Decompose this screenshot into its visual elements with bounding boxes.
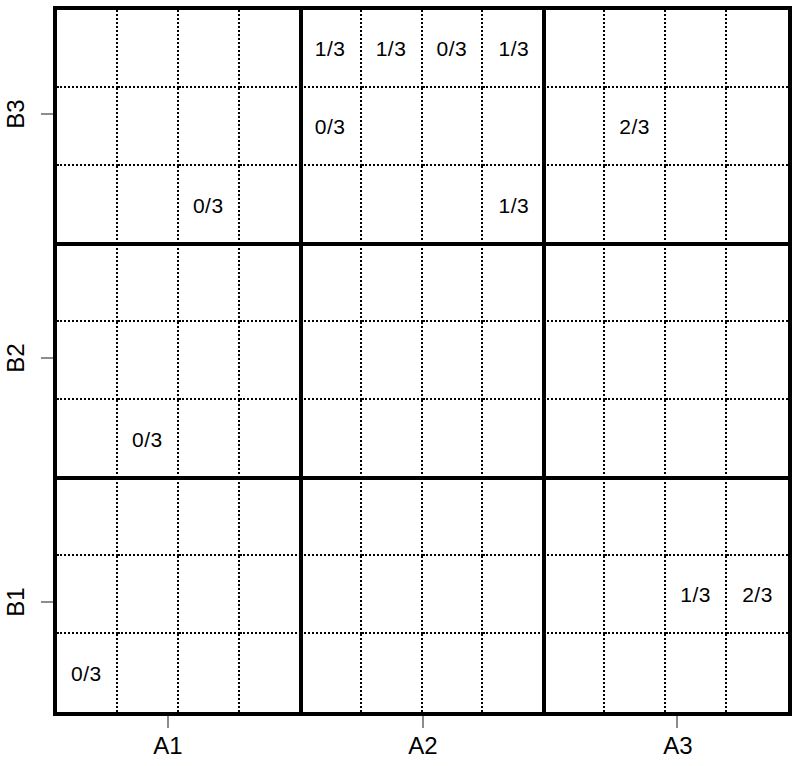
cell-r3c11 xyxy=(666,166,727,244)
cell-r8c12: 2/3 xyxy=(727,556,788,634)
cell-r2c10: 2/3 xyxy=(605,88,666,166)
cell-r9c8 xyxy=(483,634,544,712)
cell-r5c1 xyxy=(57,322,118,400)
cell-r7c12 xyxy=(727,478,788,556)
block-divider-vertical-2 xyxy=(542,10,546,712)
cell-r5c2 xyxy=(118,322,179,400)
cell-r4c5 xyxy=(301,244,362,322)
cell-r7c5 xyxy=(301,478,362,556)
cell-r3c3: 0/3 xyxy=(179,166,240,244)
cell-r7c10 xyxy=(605,478,666,556)
x-axis-label-a2: A2 xyxy=(408,734,437,758)
cell-r7c9 xyxy=(544,478,605,556)
cell-r7c3 xyxy=(179,478,240,556)
cell-r6c5 xyxy=(301,400,362,478)
y-axis-tick-b2 xyxy=(41,357,53,359)
cell-r5c3 xyxy=(179,322,240,400)
cell-r6c7 xyxy=(423,400,484,478)
x-axis-tick-a3 xyxy=(676,716,678,728)
cell-r2c6 xyxy=(362,88,423,166)
block-divider-horizontal-2 xyxy=(57,476,788,480)
cell-r1c4 xyxy=(240,10,301,88)
cell-r7c1 xyxy=(57,478,118,556)
cell-r1c12 xyxy=(727,10,788,88)
cell-r8c4 xyxy=(240,556,301,634)
cell-fraction-label: 1/3 xyxy=(315,38,346,59)
cell-r4c3 xyxy=(179,244,240,322)
cell-r8c10 xyxy=(605,556,666,634)
cell-r5c9 xyxy=(544,322,605,400)
cell-r5c6 xyxy=(362,322,423,400)
cell-r6c4 xyxy=(240,400,301,478)
cell-r5c10 xyxy=(605,322,666,400)
cell-r2c4 xyxy=(240,88,301,166)
cell-r2c11 xyxy=(666,88,727,166)
cell-fraction-label: 2/3 xyxy=(742,584,773,605)
cell-r2c3 xyxy=(179,88,240,166)
cell-r5c7 xyxy=(423,322,484,400)
cell-r4c7 xyxy=(423,244,484,322)
cell-r3c7 xyxy=(423,166,484,244)
y-axis-tick-b3 xyxy=(41,113,53,115)
cell-r4c9 xyxy=(544,244,605,322)
cell-r2c8 xyxy=(483,88,544,166)
cell-r3c8: 1/3 xyxy=(483,166,544,244)
cell-r2c2 xyxy=(118,88,179,166)
cell-r6c11 xyxy=(666,400,727,478)
cell-r6c3 xyxy=(179,400,240,478)
cell-r5c12 xyxy=(727,322,788,400)
cell-r8c9 xyxy=(544,556,605,634)
cell-r1c10 xyxy=(605,10,666,88)
cell-r1c6: 1/3 xyxy=(362,10,423,88)
cell-r8c11: 1/3 xyxy=(666,556,727,634)
cell-r3c12 xyxy=(727,166,788,244)
cell-r9c11 xyxy=(666,634,727,712)
y-axis-label-b2: B2 xyxy=(4,343,28,372)
cell-r4c2 xyxy=(118,244,179,322)
cell-r9c1: 0/3 xyxy=(57,634,118,712)
cell-r9c9 xyxy=(544,634,605,712)
cell-r8c1 xyxy=(57,556,118,634)
cell-r1c11 xyxy=(666,10,727,88)
cell-r9c5 xyxy=(301,634,362,712)
cell-r7c8 xyxy=(483,478,544,556)
cell-r8c5 xyxy=(301,556,362,634)
cell-r3c1 xyxy=(57,166,118,244)
cell-r3c5 xyxy=(301,166,362,244)
cell-r2c7 xyxy=(423,88,484,166)
cell-r4c1 xyxy=(57,244,118,322)
cell-r4c11 xyxy=(666,244,727,322)
cell-r9c2 xyxy=(118,634,179,712)
cell-r7c6 xyxy=(362,478,423,556)
cell-r3c6 xyxy=(362,166,423,244)
cell-r6c1 xyxy=(57,400,118,478)
cell-r4c6 xyxy=(362,244,423,322)
cell-r3c10 xyxy=(605,166,666,244)
cell-r6c2: 0/3 xyxy=(118,400,179,478)
cell-fraction-label: 2/3 xyxy=(619,116,650,137)
cell-fraction-label: 0/3 xyxy=(193,195,224,216)
cell-r1c2 xyxy=(118,10,179,88)
cell-r1c7: 0/3 xyxy=(423,10,484,88)
cell-fraction-label: 0/3 xyxy=(315,116,346,137)
cell-r9c6 xyxy=(362,634,423,712)
cell-r9c7 xyxy=(423,634,484,712)
cell-r8c7 xyxy=(423,556,484,634)
cell-r5c8 xyxy=(483,322,544,400)
cell-r8c6 xyxy=(362,556,423,634)
cell-r5c5 xyxy=(301,322,362,400)
plot-canvas: 1/31/30/31/30/32/30/31/30/31/32/30/3 B3 … xyxy=(0,0,800,766)
y-axis-label-b1: B1 xyxy=(4,587,28,616)
cell-r2c1 xyxy=(57,88,118,166)
cell-r4c10 xyxy=(605,244,666,322)
cell-fraction-label: 0/3 xyxy=(437,38,468,59)
cell-r1c8: 1/3 xyxy=(483,10,544,88)
cell-r6c6 xyxy=(362,400,423,478)
cell-fraction-label: 1/3 xyxy=(376,38,407,59)
cell-fraction-label: 1/3 xyxy=(499,38,530,59)
x-axis-tick-a2 xyxy=(422,716,424,728)
x-axis-tick-a1 xyxy=(167,716,169,728)
cell-r9c10 xyxy=(605,634,666,712)
cell-r4c4 xyxy=(240,244,301,322)
cell-r5c4 xyxy=(240,322,301,400)
cell-r3c2 xyxy=(118,166,179,244)
cell-r5c11 xyxy=(666,322,727,400)
cell-r3c9 xyxy=(544,166,605,244)
cell-fraction-label: 0/3 xyxy=(71,663,102,684)
cell-r4c8 xyxy=(483,244,544,322)
cell-r7c7 xyxy=(423,478,484,556)
cell-r7c2 xyxy=(118,478,179,556)
x-axis-label-a1: A1 xyxy=(153,734,182,758)
cell-r6c9 xyxy=(544,400,605,478)
cell-fraction-label: 0/3 xyxy=(132,429,163,450)
cell-r9c12 xyxy=(727,634,788,712)
cell-r3c4 xyxy=(240,166,301,244)
cell-r1c9 xyxy=(544,10,605,88)
cell-r7c4 xyxy=(240,478,301,556)
cell-r8c2 xyxy=(118,556,179,634)
cell-r1c5: 1/3 xyxy=(301,10,362,88)
cell-r6c12 xyxy=(727,400,788,478)
cell-r9c4 xyxy=(240,634,301,712)
cell-r2c12 xyxy=(727,88,788,166)
cell-r4c12 xyxy=(727,244,788,322)
cell-r2c5: 0/3 xyxy=(301,88,362,166)
x-axis-label-a3: A3 xyxy=(663,734,692,758)
block-divider-vertical-1 xyxy=(299,10,303,712)
cell-r2c9 xyxy=(544,88,605,166)
cell-r9c3 xyxy=(179,634,240,712)
y-axis-tick-b1 xyxy=(41,601,53,603)
cell-r1c3 xyxy=(179,10,240,88)
cell-r8c3 xyxy=(179,556,240,634)
cell-r8c8 xyxy=(483,556,544,634)
cell-r6c8 xyxy=(483,400,544,478)
cell-r7c11 xyxy=(666,478,727,556)
cell-fraction-label: 1/3 xyxy=(499,195,530,216)
cell-r6c10 xyxy=(605,400,666,478)
plot-grid: 1/31/30/31/30/32/30/31/30/31/32/30/3 xyxy=(57,10,788,712)
cell-r1c1 xyxy=(57,10,118,88)
y-axis-label-b3: B3 xyxy=(4,99,28,128)
plot-area: 1/31/30/31/30/32/30/31/30/31/32/30/3 xyxy=(53,6,792,716)
cell-fraction-label: 1/3 xyxy=(680,584,711,605)
block-divider-horizontal-1 xyxy=(57,242,788,246)
